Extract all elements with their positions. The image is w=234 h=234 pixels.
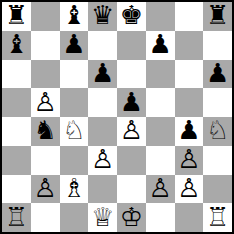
- black-pawn-icon: ♟: [148, 31, 171, 57]
- square-c4[interactable]: ♘: [60, 117, 89, 146]
- square-f4[interactable]: [146, 117, 175, 146]
- square-b3[interactable]: [31, 146, 60, 175]
- black-pawn-icon: ♟: [206, 60, 229, 86]
- square-e3[interactable]: [117, 146, 146, 175]
- square-b6[interactable]: [31, 60, 60, 89]
- square-e1[interactable]: ♔: [117, 203, 146, 232]
- square-a2[interactable]: [2, 175, 31, 204]
- white-pawn-icon: ♙: [177, 175, 200, 201]
- square-c6[interactable]: [60, 60, 89, 89]
- square-b4[interactable]: ♞: [31, 117, 60, 146]
- square-d6[interactable]: ♟: [88, 60, 117, 89]
- square-c2[interactable]: ♗: [60, 175, 89, 204]
- black-bishop-icon: ♝: [62, 2, 85, 28]
- square-f8[interactable]: [146, 2, 175, 31]
- square-g6[interactable]: [175, 60, 204, 89]
- black-rook-icon: ♜: [206, 2, 229, 28]
- white-rook-icon: ♖: [5, 204, 28, 230]
- square-a7[interactable]: ♝: [2, 31, 31, 60]
- square-d1[interactable]: ♕: [88, 203, 117, 232]
- square-b7[interactable]: [31, 31, 60, 60]
- square-f1[interactable]: [146, 203, 175, 232]
- square-g4[interactable]: ♟: [175, 117, 204, 146]
- white-pawn-icon: ♙: [33, 89, 56, 115]
- black-rook-icon: ♜: [5, 2, 28, 28]
- square-a3[interactable]: [2, 146, 31, 175]
- square-g3[interactable]: ♙: [175, 146, 204, 175]
- square-b2[interactable]: ♙: [31, 175, 60, 204]
- square-a6[interactable]: [2, 60, 31, 89]
- square-h3[interactable]: [203, 146, 232, 175]
- square-f5[interactable]: [146, 88, 175, 117]
- white-bishop-icon: ♗: [62, 175, 85, 201]
- square-c8[interactable]: ♝: [60, 2, 89, 31]
- white-pawn-icon: ♙: [91, 146, 114, 172]
- white-rook-icon: ♖: [206, 204, 229, 230]
- square-d8[interactable]: ♛: [88, 2, 117, 31]
- square-c7[interactable]: ♟: [60, 31, 89, 60]
- square-g2[interactable]: ♙: [175, 175, 204, 204]
- square-f7[interactable]: ♟: [146, 31, 175, 60]
- square-e7[interactable]: [117, 31, 146, 60]
- black-queen-icon: ♛: [91, 2, 114, 28]
- square-c1[interactable]: [60, 203, 89, 232]
- square-e6[interactable]: [117, 60, 146, 89]
- black-pawn-icon: ♟: [120, 89, 143, 115]
- square-b8[interactable]: [31, 2, 60, 31]
- square-e8[interactable]: ♚: [117, 2, 146, 31]
- chess-diagram: ♜♝♛♚♜♝♟♟♟♟♙♟♞♘♙♟♘♙♙♙♗♙♙♖♕♔♖: [0, 0, 234, 234]
- square-h7[interactable]: [203, 31, 232, 60]
- square-h8[interactable]: ♜: [203, 2, 232, 31]
- white-knight-icon: ♘: [62, 117, 85, 143]
- white-pawn-icon: ♙: [33, 175, 56, 201]
- square-g8[interactable]: [175, 2, 204, 31]
- square-f2[interactable]: ♙: [146, 175, 175, 204]
- white-pawn-icon: ♙: [177, 146, 200, 172]
- black-knight-icon: ♞: [33, 117, 56, 143]
- square-g7[interactable]: [175, 31, 204, 60]
- square-d5[interactable]: [88, 88, 117, 117]
- square-h4[interactable]: ♘: [203, 117, 232, 146]
- square-c5[interactable]: [60, 88, 89, 117]
- black-bishop-icon: ♝: [5, 31, 28, 57]
- square-a5[interactable]: [2, 88, 31, 117]
- square-f3[interactable]: [146, 146, 175, 175]
- white-pawn-icon: ♙: [120, 117, 143, 143]
- square-a4[interactable]: [2, 117, 31, 146]
- white-knight-icon: ♘: [206, 117, 229, 143]
- black-pawn-icon: ♟: [177, 117, 200, 143]
- square-a8[interactable]: ♜: [2, 2, 31, 31]
- square-c3[interactable]: [60, 146, 89, 175]
- square-d4[interactable]: [88, 117, 117, 146]
- square-a1[interactable]: ♖: [2, 203, 31, 232]
- square-d3[interactable]: ♙: [88, 146, 117, 175]
- black-king-icon: ♚: [120, 2, 143, 28]
- square-h1[interactable]: ♖: [203, 203, 232, 232]
- white-queen-icon: ♕: [91, 204, 114, 230]
- square-h2[interactable]: [203, 175, 232, 204]
- square-b5[interactable]: ♙: [31, 88, 60, 117]
- white-king-icon: ♔: [120, 204, 143, 230]
- square-h6[interactable]: ♟: [203, 60, 232, 89]
- black-pawn-icon: ♟: [62, 31, 85, 57]
- black-pawn-icon: ♟: [91, 60, 114, 86]
- white-pawn-icon: ♙: [148, 175, 171, 201]
- square-e5[interactable]: ♟: [117, 88, 146, 117]
- square-d2[interactable]: [88, 175, 117, 204]
- square-h5[interactable]: [203, 88, 232, 117]
- square-b1[interactable]: [31, 203, 60, 232]
- square-d7[interactable]: [88, 31, 117, 60]
- square-e4[interactable]: ♙: [117, 117, 146, 146]
- chess-board: ♜♝♛♚♜♝♟♟♟♟♙♟♞♘♙♟♘♙♙♙♗♙♙♖♕♔♖: [0, 0, 234, 234]
- square-g5[interactable]: [175, 88, 204, 117]
- square-e2[interactable]: [117, 175, 146, 204]
- square-g1[interactable]: [175, 203, 204, 232]
- square-f6[interactable]: [146, 60, 175, 89]
